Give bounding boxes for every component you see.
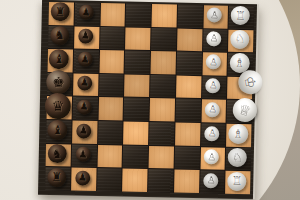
square-r5c6[interactable] [175,99,200,123]
square-r7c3[interactable] [97,145,122,168]
piece-bB-r3c1[interactable]: ♝ [49,49,69,69]
square-r1c8[interactable]: ♖ [229,6,254,29]
piece-bQ-r5c1[interactable]: ♛ [45,93,72,120]
square-r2c6[interactable] [177,28,202,51]
square-r1c4[interactable] [126,4,151,27]
square-r7c1[interactable]: ♞ [46,144,71,167]
square-r6c6[interactable] [175,123,200,146]
square-r6c5[interactable] [149,122,174,145]
square-r1c7[interactable]: ♙ [203,5,228,28]
board-grid: ♜♟♙♖♞♟♙♘♝♟♙♗♚♟♙♔♛♟♙♕♝♟♙♗♞♟♙♘♜♟♙♖ [45,2,254,194]
piece-bP-r1c2[interactable]: ♟ [78,5,93,20]
piece-bP-r6c2[interactable]: ♟ [76,123,91,138]
square-r8c5[interactable] [148,169,173,192]
square-r2c3[interactable] [100,27,125,50]
square-r4c4[interactable] [124,74,149,97]
piece-wP-r6c7[interactable]: ♙ [205,126,220,141]
square-r6c2[interactable]: ♟ [72,121,97,144]
square-r1c1[interactable]: ♜ [49,2,74,25]
piece-wB-r6c8[interactable]: ♗ [228,124,248,144]
square-r8c6[interactable] [174,170,199,193]
square-r8c2[interactable]: ♟ [71,168,96,191]
piece-bP-r2c2[interactable]: ♟ [78,28,93,43]
square-r3c6[interactable] [176,52,201,75]
piece-wR-r8c8[interactable]: ♖ [227,171,246,190]
piece-bN-r7c1[interactable]: ♞ [48,144,67,163]
square-r2c5[interactable] [151,28,176,51]
square-r5c4[interactable] [124,98,149,122]
square-r2c7[interactable]: ♙ [203,29,228,52]
square-r5c5[interactable] [150,98,175,122]
square-r6c7[interactable]: ♙ [201,123,226,146]
piece-bP-r8c2[interactable]: ♟ [75,170,90,185]
square-r2c8[interactable]: ♘ [228,29,253,52]
piece-wP-r2c7[interactable]: ♙ [207,31,222,46]
piece-bN-r2c1[interactable]: ♞ [50,26,69,45]
square-r1c3[interactable] [100,3,125,26]
piece-bR-r1c1[interactable]: ♜ [50,2,69,21]
square-r1c6[interactable] [177,5,202,28]
piece-wP-r1c7[interactable]: ♙ [207,8,222,23]
chess-board: ♜♟♙♖♞♟♙♘♝♟♙♗♚♟♙♔♛♟♙♕♝♟♙♗♞♟♙♘♜♟♙♖ [38,0,257,199]
square-r3c5[interactable] [151,51,176,74]
square-r7c6[interactable] [174,146,199,169]
square-r3c4[interactable] [125,51,150,74]
piece-wP-r5c7[interactable]: ♙ [205,102,220,117]
square-r4c3[interactable] [99,74,124,97]
square-r5c8[interactable]: ♕ [227,100,252,124]
square-r8c4[interactable] [122,169,147,192]
piece-wP-r7c7[interactable]: ♙ [204,149,219,164]
piece-wP-r3c7[interactable]: ♙ [206,55,221,70]
square-r8c3[interactable] [97,168,122,191]
square-r7c7[interactable]: ♙ [200,147,225,170]
square-r6c1[interactable]: ♝ [46,120,71,143]
piece-bP-r5c2[interactable]: ♟ [76,99,91,114]
piece-bB-r6c1[interactable]: ♝ [48,120,68,140]
square-r5c7[interactable]: ♙ [201,99,226,123]
square-r4c2[interactable]: ♟ [73,73,98,96]
square-r6c8[interactable]: ♗ [226,124,251,147]
square-r5c1[interactable]: ♛ [47,96,72,120]
square-r3c3[interactable] [99,50,124,73]
square-r1c2[interactable]: ♟ [74,2,99,25]
square-r7c4[interactable] [123,145,148,168]
piece-bR-r8c1[interactable]: ♜ [47,168,66,187]
square-r1c5[interactable] [152,4,177,27]
piece-wR-r1c8[interactable]: ♖ [231,6,250,25]
square-r8c7[interactable]: ♙ [200,171,225,194]
square-r7c8[interactable]: ♘ [226,148,251,171]
square-r5c3[interactable] [98,97,123,121]
square-r8c1[interactable]: ♜ [45,167,70,190]
piece-bK-r4c1[interactable]: ♚ [46,70,70,94]
piece-wP-r8c7[interactable]: ♙ [204,173,219,188]
piece-bP-r3c2[interactable]: ♟ [77,52,92,67]
square-r7c2[interactable]: ♟ [71,144,96,167]
piece-wP-r4c7[interactable]: ♙ [206,78,221,93]
square-r2c4[interactable] [125,27,150,50]
square-r6c4[interactable] [123,122,148,145]
square-r2c2[interactable]: ♟ [74,26,99,49]
square-r4c6[interactable] [176,75,201,98]
piece-bP-r7c2[interactable]: ♟ [75,147,90,162]
square-r4c1[interactable]: ♚ [47,73,72,96]
square-r6c3[interactable] [98,121,123,144]
piece-bP-r4c2[interactable]: ♟ [77,76,92,91]
square-r4c8[interactable]: ♔ [227,76,252,99]
piece-wN-r2c8[interactable]: ♘ [230,30,249,49]
square-r8c8[interactable]: ♖ [225,171,250,194]
piece-wN-r7c8[interactable]: ♘ [228,148,247,167]
square-r4c7[interactable]: ♙ [202,76,227,99]
square-r4c5[interactable] [150,75,175,98]
square-r7c5[interactable] [149,146,174,169]
square-r3c7[interactable]: ♙ [202,52,227,75]
square-r3c2[interactable]: ♟ [73,50,98,73]
square-r3c1[interactable]: ♝ [48,49,73,72]
square-r5c2[interactable]: ♟ [72,97,97,121]
square-r2c1[interactable]: ♞ [48,25,73,48]
